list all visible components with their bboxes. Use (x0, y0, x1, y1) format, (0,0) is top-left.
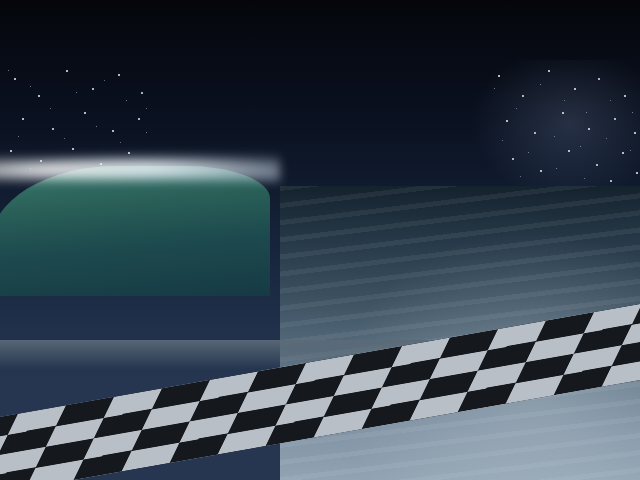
ocean-wave-left (0, 166, 270, 296)
sea-over-floor (480, 342, 640, 408)
wave-crest-foam (0, 152, 280, 182)
stars-dim (0, 0, 1, 1)
sky-glow (470, 60, 640, 200)
background-scene (0, 0, 640, 480)
